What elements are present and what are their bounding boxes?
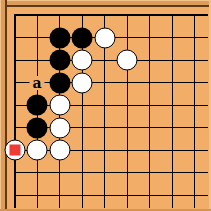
intersection bbox=[183, 139, 206, 162]
intersection bbox=[161, 161, 184, 184]
intersection bbox=[183, 4, 206, 27]
white-stone bbox=[72, 72, 93, 93]
intersection bbox=[3, 161, 26, 184]
intersection bbox=[183, 161, 206, 184]
intersection bbox=[93, 26, 116, 49]
intersection bbox=[3, 4, 26, 27]
intersection bbox=[93, 139, 116, 162]
intersection bbox=[48, 184, 71, 207]
intersection bbox=[71, 49, 94, 72]
white-stone bbox=[117, 50, 138, 71]
intersection bbox=[26, 4, 49, 27]
intersection bbox=[71, 161, 94, 184]
intersection bbox=[93, 71, 116, 94]
intersection bbox=[116, 26, 139, 49]
intersection bbox=[26, 161, 49, 184]
intersection bbox=[48, 4, 71, 27]
intersection bbox=[71, 139, 94, 162]
intersection bbox=[183, 116, 206, 139]
intersection bbox=[138, 26, 161, 49]
intersection bbox=[71, 116, 94, 139]
intersection bbox=[26, 116, 49, 139]
intersection bbox=[138, 71, 161, 94]
intersection bbox=[138, 161, 161, 184]
intersection bbox=[161, 71, 184, 94]
intersection bbox=[48, 139, 71, 162]
intersection bbox=[48, 161, 71, 184]
intersection bbox=[161, 184, 184, 207]
intersection bbox=[161, 94, 184, 117]
intersection bbox=[161, 116, 184, 139]
intersection bbox=[26, 184, 49, 207]
black-stone bbox=[27, 117, 48, 138]
intersection bbox=[116, 49, 139, 72]
white-stone bbox=[49, 95, 70, 116]
intersection bbox=[116, 94, 139, 117]
go-board: a bbox=[3, 4, 206, 207]
intersection bbox=[48, 71, 71, 94]
point-label-a: a bbox=[30, 76, 45, 90]
intersection bbox=[3, 26, 26, 49]
intersection bbox=[3, 94, 26, 117]
intersection bbox=[138, 116, 161, 139]
intersection bbox=[71, 26, 94, 49]
intersection bbox=[116, 161, 139, 184]
intersection bbox=[138, 94, 161, 117]
intersection bbox=[93, 49, 116, 72]
white-stone bbox=[94, 27, 115, 48]
intersection bbox=[71, 184, 94, 207]
intersection bbox=[3, 139, 26, 162]
intersection bbox=[183, 94, 206, 117]
intersection bbox=[3, 49, 26, 72]
intersection bbox=[93, 116, 116, 139]
intersection bbox=[71, 71, 94, 94]
intersection bbox=[161, 4, 184, 27]
black-stone bbox=[72, 27, 93, 48]
intersection bbox=[116, 4, 139, 27]
intersection bbox=[116, 71, 139, 94]
intersection bbox=[183, 184, 206, 207]
intersection bbox=[3, 116, 26, 139]
intersection bbox=[3, 71, 26, 94]
black-stone bbox=[49, 50, 70, 71]
go-diagram: a bbox=[0, 0, 211, 211]
intersection bbox=[138, 139, 161, 162]
white-stone bbox=[49, 117, 70, 138]
intersection bbox=[48, 94, 71, 117]
intersection: a bbox=[26, 71, 49, 94]
white-stone bbox=[72, 50, 93, 71]
black-stone bbox=[49, 72, 70, 93]
intersection bbox=[71, 94, 94, 117]
black-stone bbox=[49, 27, 70, 48]
intersection bbox=[26, 139, 49, 162]
black-stone bbox=[27, 95, 48, 116]
intersection bbox=[183, 26, 206, 49]
intersection bbox=[116, 184, 139, 207]
intersection bbox=[161, 26, 184, 49]
intersection bbox=[48, 116, 71, 139]
intersection bbox=[3, 184, 26, 207]
intersection bbox=[48, 26, 71, 49]
intersection bbox=[116, 139, 139, 162]
red-square-marker bbox=[9, 145, 20, 156]
intersection bbox=[93, 161, 116, 184]
intersection bbox=[161, 49, 184, 72]
intersection bbox=[26, 94, 49, 117]
intersection bbox=[183, 71, 206, 94]
intersection bbox=[161, 139, 184, 162]
intersection bbox=[93, 4, 116, 27]
intersection bbox=[93, 94, 116, 117]
intersection bbox=[48, 49, 71, 72]
intersection bbox=[138, 184, 161, 207]
white-stone bbox=[49, 140, 70, 161]
intersection bbox=[71, 4, 94, 27]
white-stone bbox=[27, 140, 48, 161]
intersection bbox=[93, 184, 116, 207]
intersection bbox=[138, 49, 161, 72]
intersection bbox=[116, 116, 139, 139]
intersection bbox=[138, 4, 161, 27]
intersection bbox=[26, 26, 49, 49]
intersection bbox=[26, 49, 49, 72]
intersection bbox=[183, 49, 206, 72]
